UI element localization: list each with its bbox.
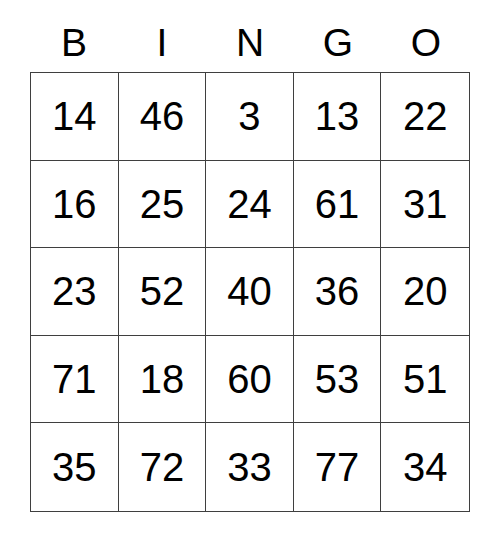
bingo-cell-r4c3[interactable]: 60 — [206, 336, 294, 424]
bingo-cell-r1c1[interactable]: 14 — [31, 73, 119, 161]
column-letter-b: B — [30, 0, 118, 72]
bingo-header-row: B I N G O — [30, 0, 470, 72]
column-letter-i: I — [118, 0, 206, 72]
bingo-cell-r1c2[interactable]: 46 — [119, 73, 207, 161]
bingo-cell-r4c4[interactable]: 53 — [294, 336, 382, 424]
column-letter-g: G — [294, 0, 382, 72]
bingo-cell-r1c4[interactable]: 13 — [294, 73, 382, 161]
bingo-cell-r2c1[interactable]: 16 — [31, 161, 119, 249]
bingo-cell-r3c2[interactable]: 52 — [119, 248, 207, 336]
bingo-cell-r5c1[interactable]: 35 — [31, 423, 119, 511]
bingo-cell-r3c4[interactable]: 36 — [294, 248, 382, 336]
bingo-cell-r1c5[interactable]: 22 — [381, 73, 469, 161]
bingo-cell-r5c4[interactable]: 77 — [294, 423, 382, 511]
bingo-cell-r5c2[interactable]: 72 — [119, 423, 207, 511]
bingo-cell-r5c5[interactable]: 34 — [381, 423, 469, 511]
bingo-cell-r1c3[interactable]: 3 — [206, 73, 294, 161]
bingo-cell-r4c2[interactable]: 18 — [119, 336, 207, 424]
bingo-cell-r4c1[interactable]: 71 — [31, 336, 119, 424]
column-letter-o: O — [382, 0, 470, 72]
bingo-card: B I N G O 14 46 3 13 22 16 25 24 61 31 2… — [0, 0, 500, 544]
bingo-cell-r2c2[interactable]: 25 — [119, 161, 207, 249]
bingo-cell-r3c1[interactable]: 23 — [31, 248, 119, 336]
bingo-cell-r3c5[interactable]: 20 — [381, 248, 469, 336]
bingo-cell-r2c3[interactable]: 24 — [206, 161, 294, 249]
bingo-grid: 14 46 3 13 22 16 25 24 61 31 23 52 40 36… — [30, 72, 470, 512]
bingo-cell-r4c5[interactable]: 51 — [381, 336, 469, 424]
bingo-cell-r5c3[interactable]: 33 — [206, 423, 294, 511]
bingo-cell-r3c3[interactable]: 40 — [206, 248, 294, 336]
bingo-cell-r2c5[interactable]: 31 — [381, 161, 469, 249]
bingo-cell-r2c4[interactable]: 61 — [294, 161, 382, 249]
column-letter-n: N — [206, 0, 294, 72]
